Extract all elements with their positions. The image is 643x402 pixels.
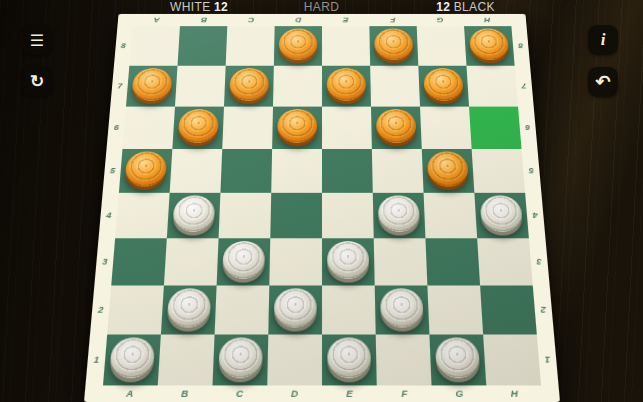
square-f1[interactable] [375,335,431,386]
checker-white-man-c1[interactable] [218,338,263,379]
square-c5[interactable] [220,149,272,193]
square-a3[interactable] [111,238,167,285]
info-button[interactable]: i [588,25,618,55]
white-score: WHITE 12 [170,0,228,15]
restart-icon: ↻ [30,71,44,92]
square-c1[interactable] [212,335,268,386]
checker-white-man-e1[interactable] [327,338,371,379]
coord-label-f: F [376,385,431,402]
checker-black-man-f6[interactable] [375,109,416,143]
square-d5[interactable] [271,149,322,193]
checker-black-man-e7[interactable] [326,68,365,101]
square-b6[interactable] [172,107,224,149]
square-c7[interactable] [223,66,273,107]
square-a8[interactable] [129,26,180,65]
checker-white-man-b4[interactable] [172,195,215,231]
square-e2[interactable] [322,285,376,334]
square-c6[interactable] [222,107,273,149]
square-h4[interactable] [474,193,529,238]
square-c4[interactable] [218,193,271,238]
coord-label-a: A [101,385,157,402]
square-f5[interactable] [371,149,423,193]
square-d7[interactable] [272,66,321,107]
checker-white-man-h4[interactable] [479,195,523,231]
checker-black-man-a7[interactable] [131,68,172,101]
white-label: WHITE [170,0,211,14]
coord-label-e: E [322,14,369,26]
square-h2[interactable] [480,285,537,334]
checker-black-man-d8[interactable] [278,29,317,61]
board-frame: ABCDEFGH ABCDEFGH 87654321 87654321 [83,14,559,402]
coord-label-f: F [369,14,417,26]
square-h3[interactable] [477,238,533,285]
square-a7[interactable] [125,66,177,107]
square-e5[interactable] [322,149,373,193]
coord-label-e: E [322,385,377,402]
coord-label-h: H [486,385,542,402]
checker-white-man-d2[interactable] [273,288,316,327]
checker-black-man-b6[interactable] [177,109,218,143]
square-b8[interactable] [177,26,227,65]
square-e6[interactable] [322,107,372,149]
square-h8[interactable] [464,26,515,65]
checker-white-man-b2[interactable] [166,288,211,327]
checker-white-man-c3[interactable] [222,241,265,279]
square-g7[interactable] [418,66,469,107]
square-g8[interactable] [416,26,466,65]
square-c3[interactable] [216,238,270,285]
info-icon: i [601,30,606,50]
coord-label-c: C [211,385,266,402]
square-h7[interactable] [466,66,518,107]
square-g4[interactable] [423,193,477,238]
checkers-board: ABCDEFGH ABCDEFGH 87654321 87654321 [83,14,559,402]
checker-white-man-a1[interactable] [109,338,155,379]
file-labels-top: ABCDEFGH [132,14,511,26]
square-g5[interactable] [421,149,474,193]
square-h5[interactable] [471,149,524,193]
square-d1[interactable] [267,335,322,386]
square-d4[interactable] [270,193,322,238]
checker-black-man-a5[interactable] [124,152,167,187]
coord-label-g: G [431,385,487,402]
highlighted-square-h6[interactable] [469,107,521,149]
square-g3[interactable] [425,238,480,285]
undo-button[interactable]: ↶ [588,67,618,97]
restart-button[interactable]: ↻ [22,66,52,96]
board-grid [102,26,540,385]
checker-white-man-g1[interactable] [434,338,479,379]
coord-label-h: H [463,14,511,26]
square-f3[interactable] [373,238,427,285]
square-e4[interactable] [322,193,374,238]
coord-label-d: D [266,385,321,402]
checker-white-man-f4[interactable] [377,195,419,231]
square-g6[interactable] [420,107,472,149]
square-b4[interactable] [166,193,220,238]
square-e7[interactable] [322,66,371,107]
square-f8[interactable] [369,26,418,65]
coord-label-a: A [132,14,180,26]
black-label: BLACK [454,0,495,14]
menu-button[interactable]: ☰ [22,25,52,55]
white-count: 12 [214,0,228,14]
square-a4[interactable] [115,193,170,238]
coord-label-b: B [179,14,227,26]
square-g2[interactable] [427,285,483,334]
square-c8[interactable] [225,26,274,65]
coord-label-g: G [416,14,464,26]
square-e8[interactable] [322,26,370,65]
difficulty-badge: HARD [304,0,340,15]
square-f6[interactable] [371,107,422,149]
square-a5[interactable] [118,149,171,193]
square-a1[interactable] [102,335,160,386]
black-score: 12 BLACK [436,0,495,15]
file-labels-bottom: ABCDEFGH [101,385,542,402]
square-d3[interactable] [269,238,322,285]
undo-icon: ↶ [595,71,610,93]
checker-black-man-f8[interactable] [374,29,413,61]
square-b3[interactable] [163,238,218,285]
checker-black-man-g5[interactable] [426,152,468,187]
square-a2[interactable] [107,285,164,334]
square-h1[interactable] [483,335,541,386]
square-a6[interactable] [122,107,174,149]
checker-black-man-g7[interactable] [423,68,464,101]
checker-white-man-f2[interactable] [380,288,424,327]
square-d8[interactable] [273,26,321,65]
square-g1[interactable] [429,335,486,386]
black-count: 12 [436,0,450,14]
square-e1[interactable] [322,335,377,386]
checker-black-man-h8[interactable] [468,29,508,61]
square-b2[interactable] [160,285,216,334]
checker-black-man-c7[interactable] [229,68,269,101]
square-f7[interactable] [370,66,420,107]
coord-label-c: C [227,14,275,26]
checker-white-man-e3[interactable] [327,241,369,279]
coord-label-b: B [156,385,212,402]
square-b5[interactable] [169,149,222,193]
square-c2[interactable] [214,285,269,334]
square-f4[interactable] [372,193,425,238]
square-d2[interactable] [268,285,322,334]
coord-label-d: D [274,14,321,26]
square-b7[interactable] [174,66,225,107]
square-e3[interactable] [322,238,375,285]
difficulty-label: HARD [304,0,340,14]
square-b1[interactable] [157,335,214,386]
checker-black-man-d6[interactable] [277,109,317,143]
square-f2[interactable] [374,285,429,334]
hamburger-icon: ☰ [30,31,44,50]
square-d6[interactable] [272,107,322,149]
